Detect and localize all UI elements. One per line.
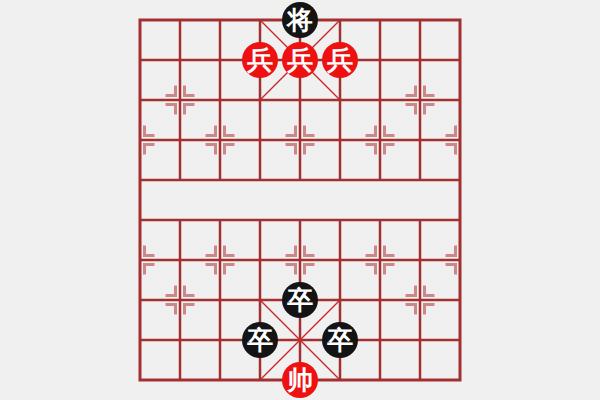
red-soldier-f1[interactable]: 兵 bbox=[322, 42, 358, 78]
xiangqi-board[interactable]: 将兵兵兵卒卒卒帅 bbox=[0, 0, 600, 400]
red-soldier-e1[interactable]: 兵 bbox=[282, 42, 318, 78]
red-soldier-d1[interactable]: 兵 bbox=[242, 42, 278, 78]
black-soldier-e7[interactable]: 卒 bbox=[282, 282, 318, 318]
red-general[interactable]: 帅 bbox=[282, 362, 318, 398]
black-general[interactable]: 将 bbox=[282, 2, 318, 38]
pieces-layer: 将兵兵兵卒卒卒帅 bbox=[0, 0, 600, 400]
black-soldier-d8[interactable]: 卒 bbox=[242, 322, 278, 358]
black-soldier-f8[interactable]: 卒 bbox=[322, 322, 358, 358]
